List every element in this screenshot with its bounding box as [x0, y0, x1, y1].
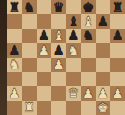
square-e5[interactable]: ♞: [66, 43, 81, 57]
square-h1[interactable]: [110, 101, 125, 115]
square-b6[interactable]: [22, 29, 37, 43]
square-d8[interactable]: ♛: [51, 0, 66, 14]
square-g2[interactable]: ♟: [96, 86, 111, 100]
square-f3[interactable]: [81, 72, 96, 86]
square-c8[interactable]: [37, 0, 52, 14]
square-b7[interactable]: [22, 14, 37, 28]
piece-white-bishop: ♝: [82, 15, 94, 28]
square-d1[interactable]: [51, 101, 66, 115]
square-h8[interactable]: ♜: [110, 0, 125, 14]
square-g1[interactable]: ♚: [96, 101, 111, 115]
square-c3[interactable]: [37, 72, 52, 86]
piece-white-knight: ♞: [68, 43, 80, 56]
square-g4[interactable]: [96, 58, 111, 72]
square-g5[interactable]: [96, 43, 111, 57]
square-f4[interactable]: [81, 58, 96, 72]
square-f8[interactable]: ♚: [81, 0, 96, 14]
square-e7[interactable]: ♝: [66, 14, 81, 28]
square-a5[interactable]: ♟: [7, 43, 22, 57]
square-a7[interactable]: [7, 14, 22, 28]
square-h3[interactable]: [110, 72, 125, 86]
square-e6[interactable]: ♟: [66, 29, 81, 43]
square-d5[interactable]: ♟: [51, 43, 66, 57]
square-g6[interactable]: [96, 29, 111, 43]
square-f1[interactable]: [81, 101, 96, 115]
chess-app-window: ♜♞♛♚♜♝♝♟♟♝♟♞♟♟♟♟♞♞♟♟♛♟♟♟♜♚: [0, 0, 125, 115]
square-a6[interactable]: [7, 29, 22, 43]
piece-white-pawn: ♟: [38, 43, 50, 56]
square-d2[interactable]: [51, 86, 66, 100]
piece-white-pawn: ♟: [82, 86, 94, 99]
piece-black-knight: ♞: [23, 0, 35, 13]
piece-black-pawn: ♟: [9, 43, 21, 56]
square-b1[interactable]: ♜: [22, 101, 37, 115]
piece-black-bishop: ♝: [68, 15, 80, 28]
square-h4[interactable]: [110, 58, 125, 72]
piece-black-rook: ♜: [9, 0, 21, 13]
piece-black-rook: ♜: [112, 0, 124, 13]
piece-black-pawn: ♟: [112, 29, 124, 42]
square-e1[interactable]: [66, 101, 81, 115]
piece-white-queen: ♛: [68, 86, 80, 99]
square-a4[interactable]: ♞: [7, 58, 22, 72]
square-a8[interactable]: ♜: [7, 0, 22, 14]
piece-white-knight: ♞: [9, 58, 21, 71]
square-c1[interactable]: [37, 101, 52, 115]
square-h5[interactable]: [110, 43, 125, 57]
piece-white-rook: ♜: [23, 101, 35, 114]
piece-white-pawn: ♟: [9, 86, 21, 99]
square-e8[interactable]: [66, 0, 81, 14]
square-f5[interactable]: [81, 43, 96, 57]
square-b5[interactable]: [22, 43, 37, 57]
piece-black-pawn: ♟: [53, 43, 65, 56]
square-f2[interactable]: ♟: [81, 86, 96, 100]
square-e4[interactable]: [66, 58, 81, 72]
square-a1[interactable]: [7, 101, 22, 115]
square-c4[interactable]: [37, 58, 52, 72]
piece-black-queen: ♛: [53, 0, 65, 13]
piece-white-pawn: ♟: [53, 58, 65, 71]
square-d7[interactable]: [51, 14, 66, 28]
square-a2[interactable]: ♟: [7, 86, 22, 100]
square-c6[interactable]: ♟: [37, 29, 52, 43]
square-h6[interactable]: ♟: [110, 29, 125, 43]
square-c5[interactable]: ♟: [37, 43, 52, 57]
piece-black-pawn: ♟: [97, 15, 109, 28]
square-e2[interactable]: ♛: [66, 86, 81, 100]
piece-black-pawn: ♟: [38, 29, 50, 42]
square-g8[interactable]: [96, 0, 111, 14]
window-edge: [0, 0, 7, 115]
piece-white-king: ♚: [97, 101, 109, 114]
piece-black-pawn: ♟: [68, 29, 80, 42]
piece-white-pawn: ♟: [112, 86, 124, 99]
square-d4[interactable]: ♟: [51, 58, 66, 72]
piece-black-knight: ♞: [82, 29, 94, 42]
square-d6[interactable]: ♝: [51, 29, 66, 43]
square-b4[interactable]: [22, 58, 37, 72]
chess-board[interactable]: ♜♞♛♚♜♝♝♟♟♝♟♞♟♟♟♟♞♞♟♟♛♟♟♟♜♚: [7, 0, 125, 115]
square-h2[interactable]: ♟: [110, 86, 125, 100]
square-b2[interactable]: [22, 86, 37, 100]
piece-black-king: ♚: [82, 0, 94, 13]
square-g7[interactable]: ♟: [96, 14, 111, 28]
piece-white-pawn: ♟: [97, 86, 109, 99]
square-c2[interactable]: [37, 86, 52, 100]
square-f7[interactable]: ♝: [81, 14, 96, 28]
square-f6[interactable]: ♞: [81, 29, 96, 43]
square-d3[interactable]: [51, 72, 66, 86]
square-a3[interactable]: [7, 72, 22, 86]
square-b8[interactable]: ♞: [22, 0, 37, 14]
square-h7[interactable]: [110, 14, 125, 28]
square-g3[interactable]: [96, 72, 111, 86]
square-e3[interactable]: [66, 72, 81, 86]
square-c7[interactable]: [37, 14, 52, 28]
piece-white-bishop: ♝: [53, 29, 65, 42]
square-b3[interactable]: [22, 72, 37, 86]
